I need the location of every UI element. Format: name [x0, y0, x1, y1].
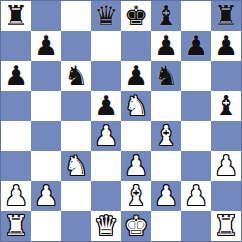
- square-b7[interactable]: ♟: [31, 31, 61, 61]
- square-a1[interactable]: ♜: [1, 211, 31, 241]
- square-a6[interactable]: ♟: [1, 61, 31, 91]
- piece-white-pawn-g2[interactable]: ♟: [184, 181, 208, 211]
- piece-white-queen-d1[interactable]: ♛: [94, 211, 118, 241]
- square-b5[interactable]: [31, 91, 61, 121]
- square-c6[interactable]: ♞: [61, 61, 91, 91]
- square-c8[interactable]: [61, 1, 91, 31]
- piece-black-pawn-g7[interactable]: ♟: [184, 31, 208, 61]
- square-e4[interactable]: [121, 121, 151, 151]
- piece-white-pawn-h3[interactable]: ♟: [214, 151, 238, 181]
- piece-white-pawn-e3[interactable]: ♟: [124, 151, 148, 181]
- square-e6[interactable]: ♟: [121, 61, 151, 91]
- square-g7[interactable]: ♟: [181, 31, 211, 61]
- square-a7[interactable]: [1, 31, 31, 61]
- piece-black-pawn-f7[interactable]: ♟: [154, 31, 178, 61]
- piece-black-knight-c6[interactable]: ♞: [64, 61, 88, 91]
- square-g4[interactable]: [181, 121, 211, 151]
- piece-black-rook-a8[interactable]: ♜: [4, 1, 28, 31]
- square-b8[interactable]: [31, 1, 61, 31]
- piece-white-pawn-f2[interactable]: ♟: [154, 181, 178, 211]
- square-f4[interactable]: ♝: [151, 121, 181, 151]
- piece-white-bishop-e2[interactable]: ♝: [124, 181, 148, 211]
- piece-black-pawn-d5[interactable]: ♟: [94, 91, 118, 121]
- square-b3[interactable]: [31, 151, 61, 181]
- square-a3[interactable]: [1, 151, 31, 181]
- square-d8[interactable]: ♛: [91, 1, 121, 31]
- square-d7[interactable]: [91, 31, 121, 61]
- piece-white-king-e1[interactable]: ♚: [124, 211, 148, 241]
- square-h5[interactable]: ♝: [211, 91, 241, 121]
- piece-white-knight-c3[interactable]: ♞: [64, 151, 88, 181]
- piece-black-pawn-b7[interactable]: ♟: [34, 31, 58, 61]
- square-a4[interactable]: [1, 121, 31, 151]
- piece-black-queen-d8[interactable]: ♛: [94, 1, 118, 31]
- square-d6[interactable]: [91, 61, 121, 91]
- square-h3[interactable]: ♟: [211, 151, 241, 181]
- square-f5[interactable]: [151, 91, 181, 121]
- square-e1[interactable]: ♚: [121, 211, 151, 241]
- piece-black-pawn-h7[interactable]: ♟: [214, 31, 238, 61]
- square-g2[interactable]: ♟: [181, 181, 211, 211]
- piece-white-pawn-d4[interactable]: ♟: [94, 121, 118, 151]
- square-d5[interactable]: ♟: [91, 91, 121, 121]
- square-e2[interactable]: ♝: [121, 181, 151, 211]
- piece-white-rook-a1[interactable]: ♜: [4, 211, 28, 241]
- piece-white-pawn-a2[interactable]: ♟: [4, 181, 28, 211]
- square-c4[interactable]: [61, 121, 91, 151]
- piece-black-pawn-a6[interactable]: ♟: [4, 61, 28, 91]
- square-h7[interactable]: ♟: [211, 31, 241, 61]
- square-f8[interactable]: ♝: [151, 1, 181, 31]
- square-g3[interactable]: [181, 151, 211, 181]
- square-f2[interactable]: ♟: [151, 181, 181, 211]
- square-d4[interactable]: ♟: [91, 121, 121, 151]
- piece-black-king-e8[interactable]: ♚: [124, 1, 148, 31]
- square-c1[interactable]: [61, 211, 91, 241]
- piece-black-knight-f6[interactable]: ♞: [154, 61, 178, 91]
- square-c2[interactable]: [61, 181, 91, 211]
- square-d2[interactable]: [91, 181, 121, 211]
- square-f1[interactable]: [151, 211, 181, 241]
- piece-white-rook-h1[interactable]: ♜: [214, 211, 238, 241]
- square-g1[interactable]: [181, 211, 211, 241]
- square-a2[interactable]: ♟: [1, 181, 31, 211]
- chess-board: ♜♛♚♝♜♟♟♟♟♟♞♟♞♟♞♝♟♝♞♟♟♟♟♝♟♟♜♛♚♜: [0, 0, 242, 242]
- piece-white-knight-e5[interactable]: ♞: [124, 91, 148, 121]
- square-b1[interactable]: [31, 211, 61, 241]
- piece-white-pawn-b2[interactable]: ♟: [34, 181, 58, 211]
- square-a8[interactable]: ♜: [1, 1, 31, 31]
- square-f7[interactable]: ♟: [151, 31, 181, 61]
- square-b4[interactable]: [31, 121, 61, 151]
- square-b2[interactable]: ♟: [31, 181, 61, 211]
- square-h8[interactable]: ♜: [211, 1, 241, 31]
- piece-black-bishop-f8[interactable]: ♝: [154, 1, 178, 31]
- piece-black-rook-h8[interactable]: ♜: [214, 1, 238, 31]
- square-b6[interactable]: [31, 61, 61, 91]
- square-f3[interactable]: [151, 151, 181, 181]
- piece-white-bishop-f4[interactable]: ♝: [154, 121, 178, 151]
- square-h6[interactable]: [211, 61, 241, 91]
- square-h4[interactable]: [211, 121, 241, 151]
- square-h1[interactable]: ♜: [211, 211, 241, 241]
- square-c5[interactable]: [61, 91, 91, 121]
- square-d1[interactable]: ♛: [91, 211, 121, 241]
- piece-black-bishop-h5[interactable]: ♝: [214, 91, 238, 121]
- piece-black-pawn-e6[interactable]: ♟: [124, 61, 148, 91]
- square-e7[interactable]: [121, 31, 151, 61]
- square-d3[interactable]: [91, 151, 121, 181]
- square-g6[interactable]: [181, 61, 211, 91]
- square-e8[interactable]: ♚: [121, 1, 151, 31]
- square-h2[interactable]: [211, 181, 241, 211]
- square-a5[interactable]: [1, 91, 31, 121]
- square-c7[interactable]: [61, 31, 91, 61]
- square-g8[interactable]: [181, 1, 211, 31]
- square-g5[interactable]: [181, 91, 211, 121]
- square-f6[interactable]: ♞: [151, 61, 181, 91]
- square-e5[interactable]: ♞: [121, 91, 151, 121]
- square-e3[interactable]: ♟: [121, 151, 151, 181]
- square-c3[interactable]: ♞: [61, 151, 91, 181]
